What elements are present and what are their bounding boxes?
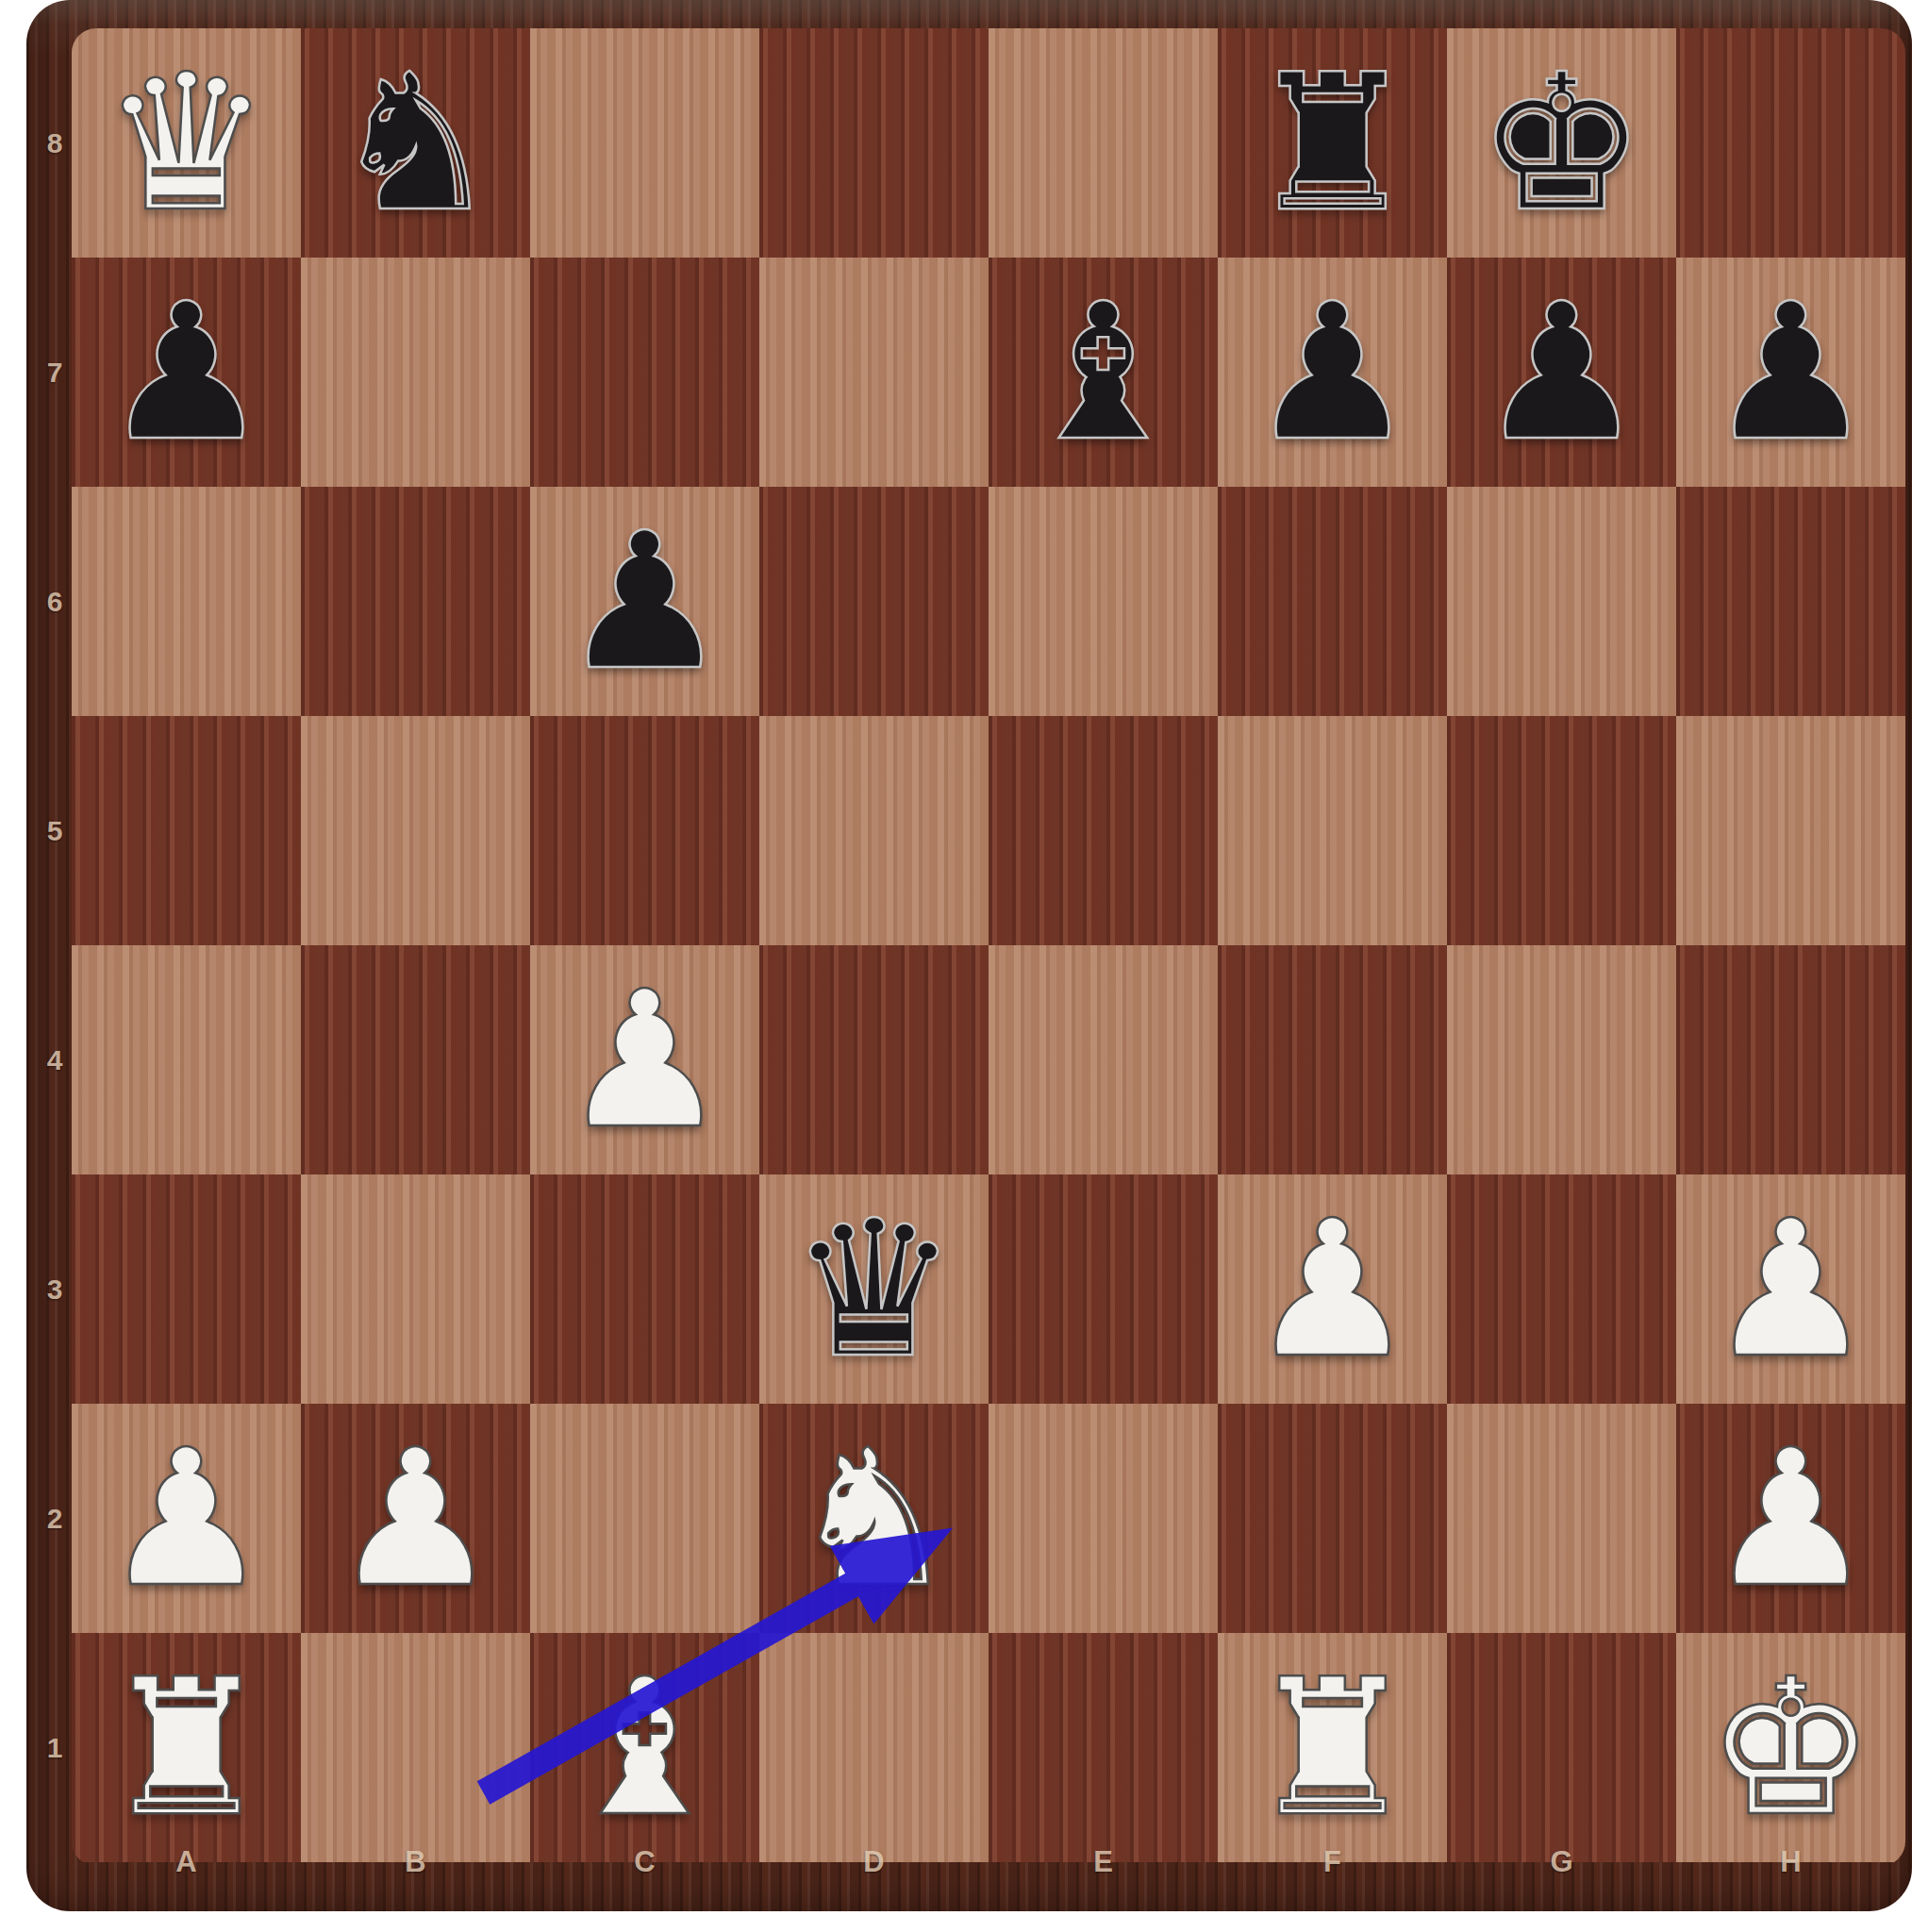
square-c3[interactable] bbox=[530, 1174, 759, 1404]
page: ♛♞♜♚♟♝♟♟♟♟♟♛♟♟♟♟♞♟♜♝♜♚ 87654321 ABCDEFGH bbox=[0, 0, 1912, 1932]
square-f2[interactable] bbox=[1218, 1404, 1447, 1633]
square-e6[interactable] bbox=[989, 487, 1218, 716]
rank-label-2: 2 bbox=[36, 1503, 74, 1535]
rank-label-4: 4 bbox=[36, 1044, 74, 1076]
square-f4[interactable] bbox=[1218, 945, 1447, 1174]
square-h6[interactable] bbox=[1676, 487, 1905, 716]
square-g1[interactable] bbox=[1447, 1633, 1676, 1862]
piece-black-king-g8[interactable]: ♚ bbox=[1447, 28, 1676, 258]
square-a5[interactable] bbox=[72, 716, 301, 945]
square-c7[interactable] bbox=[530, 258, 759, 487]
piece-white-knight-d2[interactable]: ♞ bbox=[759, 1404, 989, 1633]
square-d6[interactable] bbox=[759, 487, 989, 716]
square-e3[interactable] bbox=[989, 1174, 1218, 1404]
screenshot-root: { "game": "chess", "position": { "fen": … bbox=[0, 0, 1912, 1932]
square-b6[interactable] bbox=[301, 487, 530, 716]
square-g7[interactable]: ♟ bbox=[1447, 258, 1676, 487]
square-g3[interactable] bbox=[1447, 1174, 1676, 1404]
square-g2[interactable] bbox=[1447, 1404, 1676, 1633]
piece-white-pawn-c4[interactable]: ♟ bbox=[530, 945, 759, 1174]
square-e4[interactable] bbox=[989, 945, 1218, 1174]
piece-white-bishop-c1[interactable]: ♝ bbox=[530, 1633, 759, 1862]
square-c4[interactable]: ♟ bbox=[530, 945, 759, 1174]
piece-black-pawn-g7[interactable]: ♟ bbox=[1447, 258, 1676, 487]
square-f5[interactable] bbox=[1218, 716, 1447, 945]
square-a2[interactable]: ♟ bbox=[72, 1404, 301, 1633]
square-e8[interactable] bbox=[989, 28, 1218, 258]
square-a6[interactable] bbox=[72, 487, 301, 716]
square-e7[interactable]: ♝ bbox=[989, 258, 1218, 487]
piece-white-pawn-h3[interactable]: ♟ bbox=[1676, 1174, 1905, 1404]
piece-black-bishop-e7[interactable]: ♝ bbox=[989, 258, 1218, 487]
square-g5[interactable] bbox=[1447, 716, 1676, 945]
square-f6[interactable] bbox=[1218, 487, 1447, 716]
square-b1[interactable] bbox=[301, 1633, 530, 1862]
square-c6[interactable]: ♟ bbox=[530, 487, 759, 716]
square-g8[interactable]: ♚ bbox=[1447, 28, 1676, 258]
square-a3[interactable] bbox=[72, 1174, 301, 1404]
piece-white-rook-a1[interactable]: ♜ bbox=[72, 1633, 301, 1862]
square-h7[interactable]: ♟ bbox=[1676, 258, 1905, 487]
square-f1[interactable]: ♜ bbox=[1218, 1633, 1447, 1862]
square-c2[interactable] bbox=[530, 1404, 759, 1633]
piece-black-rook-f8[interactable]: ♜ bbox=[1218, 28, 1447, 258]
square-d4[interactable] bbox=[759, 945, 989, 1174]
square-d1[interactable] bbox=[759, 1633, 989, 1862]
square-d3[interactable]: ♛ bbox=[759, 1174, 989, 1404]
square-e2[interactable] bbox=[989, 1404, 1218, 1633]
rank-label-1: 1 bbox=[36, 1732, 74, 1764]
piece-black-knight-b8[interactable]: ♞ bbox=[301, 28, 530, 258]
piece-black-pawn-a7[interactable]: ♟ bbox=[72, 258, 301, 487]
square-c8[interactable] bbox=[530, 28, 759, 258]
square-d2[interactable]: ♞ bbox=[759, 1404, 989, 1633]
rank-label-3: 3 bbox=[36, 1274, 74, 1306]
square-f7[interactable]: ♟ bbox=[1218, 258, 1447, 487]
square-a8[interactable]: ♛ bbox=[72, 28, 301, 258]
rank-label-6: 6 bbox=[36, 586, 74, 618]
rank-label-8: 8 bbox=[36, 127, 74, 159]
square-b7[interactable] bbox=[301, 258, 530, 487]
square-b8[interactable]: ♞ bbox=[301, 28, 530, 258]
square-d7[interactable] bbox=[759, 258, 989, 487]
square-h1[interactable]: ♚ bbox=[1676, 1633, 1905, 1862]
square-b3[interactable] bbox=[301, 1174, 530, 1404]
piece-white-pawn-f3[interactable]: ♟ bbox=[1218, 1174, 1447, 1404]
square-b4[interactable] bbox=[301, 945, 530, 1174]
piece-white-pawn-h2[interactable]: ♟ bbox=[1676, 1404, 1905, 1633]
square-h4[interactable] bbox=[1676, 945, 1905, 1174]
square-d5[interactable] bbox=[759, 716, 989, 945]
piece-white-king-h1[interactable]: ♚ bbox=[1676, 1633, 1905, 1862]
square-f8[interactable]: ♜ bbox=[1218, 28, 1447, 258]
chess-board-frame: ♛♞♜♚♟♝♟♟♟♟♟♛♟♟♟♟♞♟♜♝♜♚ 87654321 ABCDEFGH bbox=[26, 0, 1912, 1911]
rank-label-5: 5 bbox=[36, 815, 74, 847]
piece-black-pawn-h7[interactable]: ♟ bbox=[1676, 258, 1905, 487]
square-b5[interactable] bbox=[301, 716, 530, 945]
square-a7[interactable]: ♟ bbox=[72, 258, 301, 487]
piece-black-pawn-c6[interactable]: ♟ bbox=[530, 487, 759, 716]
square-g4[interactable] bbox=[1447, 945, 1676, 1174]
piece-black-queen-d3[interactable]: ♛ bbox=[759, 1174, 989, 1404]
piece-white-rook-f1[interactable]: ♜ bbox=[1218, 1633, 1447, 1862]
square-b2[interactable]: ♟ bbox=[301, 1404, 530, 1633]
piece-black-pawn-f7[interactable]: ♟ bbox=[1218, 258, 1447, 487]
square-e5[interactable] bbox=[989, 716, 1218, 945]
piece-white-pawn-a2[interactable]: ♟ bbox=[72, 1404, 301, 1633]
rank-label-7: 7 bbox=[36, 357, 74, 389]
square-e1[interactable] bbox=[989, 1633, 1218, 1862]
square-c5[interactable] bbox=[530, 716, 759, 945]
board-squares: ♛♞♜♚♟♝♟♟♟♟♟♛♟♟♟♟♞♟♜♝♜♚ bbox=[72, 28, 1905, 1866]
square-c1[interactable]: ♝ bbox=[530, 1633, 759, 1862]
piece-white-pawn-b2[interactable]: ♟ bbox=[301, 1404, 530, 1633]
square-d8[interactable] bbox=[759, 28, 989, 258]
piece-white-queen-a8[interactable]: ♛ bbox=[72, 28, 301, 258]
square-a4[interactable] bbox=[72, 945, 301, 1174]
square-g6[interactable] bbox=[1447, 487, 1676, 716]
square-a1[interactable]: ♜ bbox=[72, 1633, 301, 1862]
square-h3[interactable]: ♟ bbox=[1676, 1174, 1905, 1404]
square-h8[interactable] bbox=[1676, 28, 1905, 258]
square-h5[interactable] bbox=[1676, 716, 1905, 945]
square-f3[interactable]: ♟ bbox=[1218, 1174, 1447, 1404]
square-h2[interactable]: ♟ bbox=[1676, 1404, 1905, 1633]
